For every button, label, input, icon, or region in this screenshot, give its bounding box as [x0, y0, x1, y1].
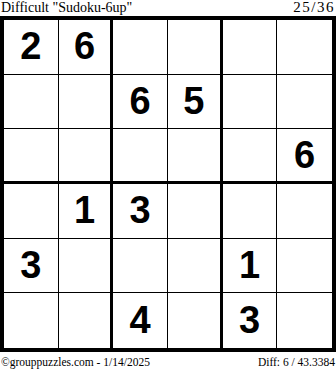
cell-r5c6[interactable]: [277, 239, 332, 294]
given-digit: 6: [294, 134, 315, 177]
cell-r3c2[interactable]: [59, 129, 114, 184]
cell-r4c5[interactable]: [223, 184, 278, 239]
cell-r1c6[interactable]: [277, 20, 332, 75]
given-digit: 2: [20, 25, 41, 68]
given-digit: 3: [130, 189, 151, 232]
puzzle-title: Difficult "Sudoku-6up": [1, 1, 132, 15]
cell-r4c3[interactable]: 3: [113, 184, 168, 239]
cell-r3c1[interactable]: [4, 129, 59, 184]
cell-r4c1[interactable]: [4, 184, 59, 239]
cell-r6c6[interactable]: [277, 293, 332, 348]
given-digit: 1: [74, 189, 95, 232]
empty-cell-counter: 25/36: [293, 1, 335, 14]
cell-r5c5[interactable]: 1: [223, 239, 278, 294]
copyright-date-text: ©grouppuzzles.com - 1/14/2025: [1, 356, 150, 368]
cell-r6c5[interactable]: 3: [223, 293, 278, 348]
given-digit: 4: [130, 299, 151, 342]
cell-r5c4[interactable]: [168, 239, 223, 294]
sudoku-board: 26656133143: [0, 16, 336, 352]
cell-r2c4[interactable]: 5: [168, 75, 223, 130]
footer: ©grouppuzzles.com - 1/14/2025 Diff: 6 / …: [0, 352, 336, 370]
cell-r2c5[interactable]: [223, 75, 278, 130]
given-digit: 3: [239, 299, 260, 342]
cell-r1c5[interactable]: [223, 20, 278, 75]
cell-r4c4[interactable]: [168, 184, 223, 239]
cell-r4c6[interactable]: [277, 184, 332, 239]
cell-r3c5[interactable]: [223, 129, 278, 184]
cell-r6c3[interactable]: 4: [113, 293, 168, 348]
cell-r1c3[interactable]: [113, 20, 168, 75]
cell-r5c1[interactable]: 3: [4, 239, 59, 294]
cell-r2c3[interactable]: 6: [113, 75, 168, 130]
cell-r3c6[interactable]: 6: [277, 129, 332, 184]
given-digit: 6: [130, 80, 151, 123]
cell-r2c2[interactable]: [59, 75, 114, 130]
cell-r1c2[interactable]: 6: [59, 20, 114, 75]
cell-r4c2[interactable]: 1: [59, 184, 114, 239]
cell-r1c4[interactable]: [168, 20, 223, 75]
given-digit: 6: [74, 25, 95, 68]
header: Difficult "Sudoku-6up" 25/36: [0, 0, 336, 16]
cell-r6c2[interactable]: [59, 293, 114, 348]
given-digit: 1: [239, 244, 260, 287]
cell-r3c4[interactable]: [168, 129, 223, 184]
cell-r6c1[interactable]: [4, 293, 59, 348]
cell-r2c6[interactable]: [277, 75, 332, 130]
given-digit: 5: [183, 80, 204, 123]
cell-r2c1[interactable]: [4, 75, 59, 130]
sudoku-page: Difficult "Sudoku-6up" 25/36 26656133143…: [0, 0, 336, 370]
cell-r5c2[interactable]: [59, 239, 114, 294]
difficulty-rating-text: Diff: 6 / 43.3384: [258, 356, 335, 368]
given-digit: 3: [20, 244, 41, 287]
cell-r1c1[interactable]: 2: [4, 20, 59, 75]
cell-r6c4[interactable]: [168, 293, 223, 348]
cell-r5c3[interactable]: [113, 239, 168, 294]
cell-r3c3[interactable]: [113, 129, 168, 184]
